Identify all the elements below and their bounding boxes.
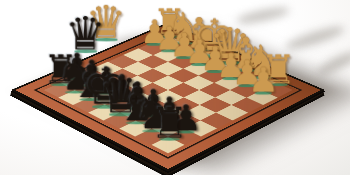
cast-shadow <box>316 48 350 78</box>
rook-glyph: ♜ <box>150 101 188 144</box>
square-a2[interactable]: ♟ <box>247 90 278 105</box>
chess-set-product-photo: ♜♞♝♛♚♝♞♜♟♟♟♟♟♟♟♟♟♟♟♟♟♟♟♟♜♞♝♛♚♝♞♜ ♛ ♛ <box>0 0 350 175</box>
square-a8[interactable]: ♜ <box>151 137 184 154</box>
pinstripe-frame: ♜♞♝♛♚♝♞♜♟♟♟♟♟♟♟♟♟♟♟♟♟♟♟♟♜♞♝♛♚♝♞♜ <box>34 31 303 158</box>
pawn-glyph: ♟ <box>248 63 279 97</box>
chess-board-grid: ♜♞♝♛♚♝♞♜♟♟♟♟♟♟♟♟♟♟♟♟♟♟♟♟♜♞♝♛♚♝♞♜ <box>44 35 293 153</box>
mahogany-board-border: ♜♞♝♛♚♝♞♜♟♟♟♟♟♟♟♟♟♟♟♟♟♟♟♟♜♞♝♛♚♝♞♜ ♛ ♛ <box>11 22 325 171</box>
